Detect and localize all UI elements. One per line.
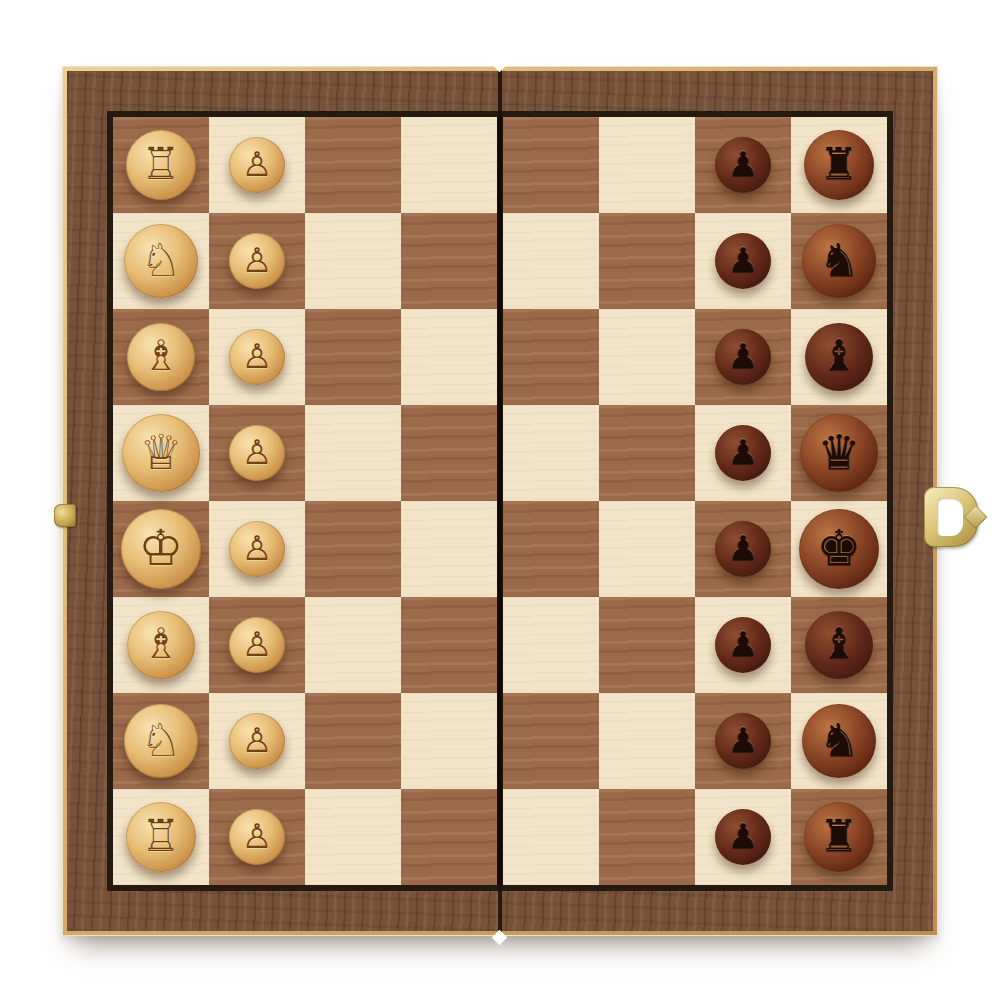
square-d2[interactable]: ♙ <box>209 405 305 501</box>
piece-white-pawn[interactable]: ♙ <box>229 329 285 385</box>
knight-glyph: ♞ <box>818 717 859 763</box>
pawn-glyph: ♟ <box>728 627 758 661</box>
square-c2[interactable]: ♙ <box>209 309 305 405</box>
pawn-glyph: ♟ <box>728 243 758 277</box>
square-e5[interactable] <box>503 501 599 597</box>
square-h6[interactable] <box>599 789 695 885</box>
pawn-glyph: ♟ <box>728 723 758 757</box>
square-e3[interactable] <box>305 501 401 597</box>
square-a5[interactable] <box>503 117 599 213</box>
chess-board: ♖♙♘♙♗♙♕♙♔♙♗♙♘♙♖♙ ♟♜♟♞♟♝♟♛♟♚♟♝♟♞♟♜ <box>62 66 938 936</box>
square-d3[interactable] <box>305 405 401 501</box>
square-h1[interactable]: ♖ <box>113 789 209 885</box>
square-a7[interactable]: ♟ <box>695 117 791 213</box>
square-e2[interactable]: ♙ <box>209 501 305 597</box>
square-f5[interactable] <box>503 597 599 693</box>
latch-hole <box>937 498 963 536</box>
piece-white-queen[interactable]: ♕ <box>122 414 200 492</box>
knight-glyph: ♞ <box>818 237 859 283</box>
bishop-glyph: ♝ <box>820 623 858 665</box>
brass-latch-icon <box>924 487 986 547</box>
pawn-glyph: ♙ <box>242 339 272 373</box>
piece-black-king[interactable]: ♚ <box>799 509 879 589</box>
square-g4[interactable] <box>401 693 497 789</box>
pawn-glyph: ♟ <box>728 147 758 181</box>
square-a3[interactable] <box>305 117 401 213</box>
piece-black-pawn[interactable]: ♟ <box>715 329 771 385</box>
bishop-glyph: ♗ <box>142 623 180 665</box>
piece-white-pawn[interactable]: ♙ <box>229 521 285 577</box>
square-e1[interactable]: ♔ <box>113 501 209 597</box>
rook-glyph: ♖ <box>141 142 180 186</box>
pawn-glyph: ♙ <box>242 531 272 565</box>
piece-black-rook[interactable]: ♜ <box>804 802 874 872</box>
square-g3[interactable] <box>305 693 401 789</box>
piece-black-bishop[interactable]: ♝ <box>805 611 873 679</box>
background: ♖♙♘♙♗♙♕♙♔♙♗♙♘♙♖♙ ♟♜♟♞♟♝♟♛♟♚♟♝♟♞♟♜ <box>0 0 1000 1000</box>
knight-glyph: ♘ <box>140 717 181 763</box>
square-c8[interactable]: ♝ <box>791 309 887 405</box>
piece-white-king[interactable]: ♔ <box>121 509 201 589</box>
square-g6[interactable] <box>599 693 695 789</box>
pawn-glyph: ♟ <box>728 435 758 469</box>
square-d6[interactable] <box>599 405 695 501</box>
square-b6[interactable] <box>599 213 695 309</box>
square-d4[interactable] <box>401 405 497 501</box>
square-b2[interactable]: ♙ <box>209 213 305 309</box>
square-c7[interactable]: ♟ <box>695 309 791 405</box>
piece-black-pawn[interactable]: ♟ <box>715 233 771 289</box>
square-d7[interactable]: ♟ <box>695 405 791 501</box>
square-h3[interactable] <box>305 789 401 885</box>
piece-black-pawn[interactable]: ♟ <box>715 617 771 673</box>
playing-area: ♖♙♘♙♗♙♕♙♔♙♗♙♘♙♖♙ ♟♜♟♞♟♝♟♛♟♚♟♝♟♞♟♜ <box>113 117 887 885</box>
pawn-glyph: ♟ <box>728 339 758 373</box>
square-f2[interactable]: ♙ <box>209 597 305 693</box>
square-f1[interactable]: ♗ <box>113 597 209 693</box>
square-d8[interactable]: ♛ <box>791 405 887 501</box>
square-c5[interactable] <box>503 309 599 405</box>
square-a6[interactable] <box>599 117 695 213</box>
piece-black-bishop[interactable]: ♝ <box>805 323 873 391</box>
rook-glyph: ♜ <box>819 142 858 186</box>
square-g7[interactable]: ♟ <box>695 693 791 789</box>
piece-white-pawn[interactable]: ♙ <box>229 809 285 865</box>
piece-white-pawn[interactable]: ♙ <box>229 137 285 193</box>
square-e6[interactable] <box>599 501 695 597</box>
piece-white-knight[interactable]: ♘ <box>124 704 198 778</box>
square-g1[interactable]: ♘ <box>113 693 209 789</box>
rook-glyph: ♜ <box>819 814 858 858</box>
knight-glyph: ♘ <box>140 237 181 283</box>
square-h2[interactable]: ♙ <box>209 789 305 885</box>
square-a4[interactable] <box>401 117 497 213</box>
piece-white-bishop[interactable]: ♗ <box>127 611 195 679</box>
piece-black-knight[interactable]: ♞ <box>802 224 876 298</box>
square-b7[interactable]: ♟ <box>695 213 791 309</box>
square-e4[interactable] <box>401 501 497 597</box>
square-f6[interactable] <box>599 597 695 693</box>
square-b5[interactable] <box>503 213 599 309</box>
brass-hinge-pin-icon <box>54 504 76 527</box>
square-b4[interactable] <box>401 213 497 309</box>
square-h8[interactable]: ♜ <box>791 789 887 885</box>
piece-black-rook[interactable]: ♜ <box>804 130 874 200</box>
square-g8[interactable]: ♞ <box>791 693 887 789</box>
queen-glyph: ♕ <box>139 428 182 476</box>
pawn-glyph: ♟ <box>728 819 758 853</box>
square-h5[interactable] <box>503 789 599 885</box>
bishop-glyph: ♗ <box>142 335 180 377</box>
square-a1[interactable]: ♖ <box>113 117 209 213</box>
piece-black-knight[interactable]: ♞ <box>802 704 876 778</box>
pawn-glyph: ♙ <box>242 627 272 661</box>
board-left-half: ♖♙♘♙♗♙♕♙♔♙♗♙♘♙♖♙ <box>113 117 497 885</box>
piece-white-rook[interactable]: ♖ <box>126 130 196 200</box>
square-f3[interactable] <box>305 597 401 693</box>
rook-glyph: ♖ <box>141 814 180 858</box>
square-d5[interactable] <box>503 405 599 501</box>
square-d1[interactable]: ♕ <box>113 405 209 501</box>
piece-black-queen[interactable]: ♛ <box>800 414 878 492</box>
square-a8[interactable]: ♜ <box>791 117 887 213</box>
pawn-glyph: ♙ <box>242 435 272 469</box>
bishop-glyph: ♝ <box>820 335 858 377</box>
square-f8[interactable]: ♝ <box>791 597 887 693</box>
piece-white-pawn[interactable]: ♙ <box>229 425 285 481</box>
piece-white-pawn[interactable]: ♙ <box>229 233 285 289</box>
piece-white-knight[interactable]: ♘ <box>124 224 198 298</box>
piece-black-pawn[interactable]: ♟ <box>715 425 771 481</box>
square-e7[interactable]: ♟ <box>695 501 791 597</box>
king-glyph: ♔ <box>139 523 184 573</box>
square-a2[interactable]: ♙ <box>209 117 305 213</box>
queen-glyph: ♛ <box>817 428 860 476</box>
piece-black-pawn[interactable]: ♟ <box>715 137 771 193</box>
pawn-glyph: ♙ <box>242 723 272 757</box>
pawn-glyph: ♙ <box>242 819 272 853</box>
square-e8[interactable]: ♚ <box>791 501 887 597</box>
king-glyph: ♚ <box>817 523 862 573</box>
square-g2[interactable]: ♙ <box>209 693 305 789</box>
piece-white-pawn[interactable]: ♙ <box>229 713 285 769</box>
square-h4[interactable] <box>401 789 497 885</box>
piece-black-pawn[interactable]: ♟ <box>715 521 771 577</box>
piece-black-pawn[interactable]: ♟ <box>715 809 771 865</box>
piece-black-pawn[interactable]: ♟ <box>715 713 771 769</box>
pawn-glyph: ♙ <box>242 147 272 181</box>
square-f4[interactable] <box>401 597 497 693</box>
piece-white-rook[interactable]: ♖ <box>126 802 196 872</box>
piece-white-pawn[interactable]: ♙ <box>229 617 285 673</box>
square-c1[interactable]: ♗ <box>113 309 209 405</box>
square-c3[interactable] <box>305 309 401 405</box>
piece-white-bishop[interactable]: ♗ <box>127 323 195 391</box>
square-h7[interactable]: ♟ <box>695 789 791 885</box>
board-right-half: ♟♜♟♞♟♝♟♛♟♚♟♝♟♞♟♜ <box>503 117 887 885</box>
square-c6[interactable] <box>599 309 695 405</box>
pawn-glyph: ♙ <box>242 243 272 277</box>
square-b8[interactable]: ♞ <box>791 213 887 309</box>
pawn-glyph: ♟ <box>728 531 758 565</box>
square-b3[interactable] <box>305 213 401 309</box>
square-c4[interactable] <box>401 309 497 405</box>
square-f7[interactable]: ♟ <box>695 597 791 693</box>
square-g5[interactable] <box>503 693 599 789</box>
square-b1[interactable]: ♘ <box>113 213 209 309</box>
